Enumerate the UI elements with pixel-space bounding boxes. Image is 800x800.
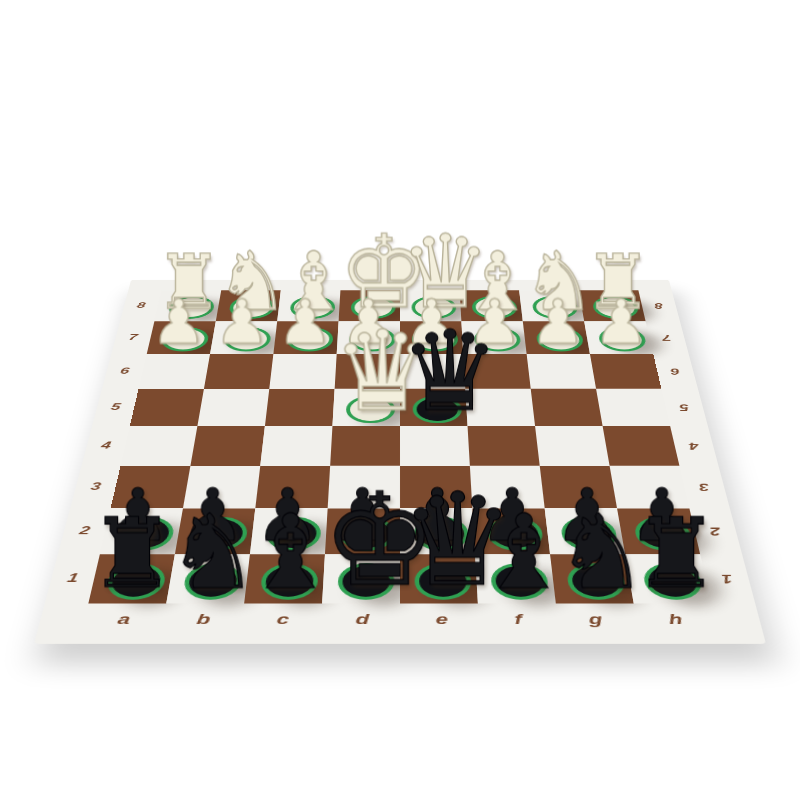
- square-h5[interactable]: [596, 389, 670, 426]
- file-label: d: [321, 606, 402, 640]
- square-g5[interactable]: [531, 389, 603, 426]
- black-knight-g1[interactable]: ♞: [555, 503, 633, 601]
- square-a5[interactable]: [130, 389, 204, 426]
- white-queen-d5[interactable]: ♛: [333, 318, 400, 423]
- file-label: h: [633, 606, 720, 640]
- square-d4[interactable]: [330, 426, 400, 466]
- square-e1[interactable]: ♛: [400, 554, 478, 603]
- square-b5[interactable]: [197, 389, 269, 426]
- white-pawn-b7[interactable]: ♟: [210, 294, 273, 352]
- white-pawn-a7[interactable]: ♟: [147, 294, 210, 352]
- square-c6[interactable]: [269, 354, 336, 389]
- file-label: c: [241, 606, 323, 640]
- file-labels-bottom: abcdefgh: [80, 606, 721, 640]
- file-label: e: [402, 606, 482, 640]
- file-label: g: [554, 606, 639, 640]
- square-h7[interactable]: ♟: [584, 321, 653, 354]
- chess-board: ♜♞♝♚♛♝♞♜♟♟♟♟♟♟♟♟♛♛♟♟♟♟♟♟♟♟♜♞♝♚♛♝♞♜: [88, 290, 711, 603]
- square-a4[interactable]: [121, 426, 198, 466]
- square-a7[interactable]: ♟: [147, 321, 216, 354]
- square-b6[interactable]: [204, 354, 273, 389]
- product-photo-scene: 87654321 87654321 abcdefgh ♜♞♝♚♛♝♞♜♟♟♟♟♟…: [0, 0, 800, 800]
- square-g7[interactable]: ♟: [523, 321, 590, 354]
- square-b1[interactable]: ♞: [166, 554, 250, 603]
- square-g6[interactable]: [527, 354, 596, 389]
- file-label: a: [80, 606, 166, 640]
- square-c7[interactable]: ♟: [273, 321, 338, 354]
- white-pawn-g7[interactable]: ♟: [526, 294, 589, 352]
- square-f1[interactable]: ♝: [475, 554, 556, 603]
- square-d5[interactable]: ♛: [332, 389, 400, 426]
- square-c5[interactable]: [265, 389, 335, 426]
- square-g4[interactable]: [535, 426, 610, 466]
- file-label: b: [160, 606, 245, 640]
- square-h6[interactable]: [590, 354, 661, 389]
- black-queen-e1[interactable]: ♛: [400, 479, 478, 601]
- square-a6[interactable]: [139, 354, 210, 389]
- black-bishop-c1[interactable]: ♝: [245, 503, 323, 601]
- square-f4[interactable]: [468, 426, 540, 466]
- square-a1[interactable]: ♜: [88, 554, 175, 603]
- square-g1[interactable]: ♞: [550, 554, 634, 603]
- black-queen-e5[interactable]: ♛: [400, 318, 467, 423]
- white-pawn-h7[interactable]: ♟: [590, 294, 653, 352]
- square-e4[interactable]: [400, 426, 470, 466]
- square-b4[interactable]: [190, 426, 265, 466]
- square-b7[interactable]: ♟: [210, 321, 277, 354]
- square-c1[interactable]: ♝: [244, 554, 325, 603]
- square-c4[interactable]: [260, 426, 332, 466]
- file-label: f: [481, 606, 558, 640]
- black-knight-b1[interactable]: ♞: [167, 503, 245, 601]
- square-h4[interactable]: [603, 426, 680, 466]
- square-e5[interactable]: ♛: [400, 389, 468, 426]
- white-pawn-c7[interactable]: ♟: [274, 294, 337, 352]
- vinyl-chess-mat: 87654321 87654321 abcdefgh ♜♞♝♚♛♝♞♜♟♟♟♟♟…: [34, 280, 766, 644]
- black-rook-a1[interactable]: ♜: [89, 509, 167, 600]
- black-bishop-f1[interactable]: ♝: [478, 503, 556, 601]
